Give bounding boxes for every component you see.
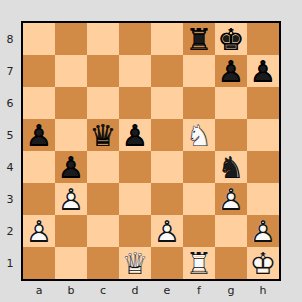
square-h3[interactable] [247,183,279,215]
square-e8[interactable] [151,23,183,55]
square-a1[interactable] [23,247,55,279]
board: ♜♖♚♔♟♙♟♙♟♙♛♕♟♙♞♘♟♙♞♘♟♙♟♙♟♙♟♙♟♙♛♕♜♖♚♔ [21,21,281,281]
piece-white-king[interactable]: ♚♔ [247,247,279,279]
piece-black-rook[interactable]: ♜♖ [183,23,215,55]
square-g5[interactable] [215,119,247,151]
piece-black-knight[interactable]: ♞♘ [215,151,247,183]
square-h8[interactable] [247,23,279,55]
rank-label-2: 2 [1,215,19,247]
square-d4[interactable] [119,151,151,183]
square-e3[interactable] [151,183,183,215]
square-h1[interactable]: ♚♔ [247,247,279,279]
square-f1[interactable]: ♜♖ [183,247,215,279]
square-h6[interactable] [247,87,279,119]
square-a6[interactable] [23,87,55,119]
file-label-e: e [151,281,183,300]
piece-white-queen[interactable]: ♛♕ [119,247,151,279]
square-a3[interactable] [23,183,55,215]
square-d3[interactable] [119,183,151,215]
square-c4[interactable] [87,151,119,183]
square-d8[interactable] [119,23,151,55]
rank-label-6: 6 [1,87,19,119]
square-h5[interactable] [247,119,279,151]
rank-label-7: 7 [1,55,19,87]
square-f5[interactable]: ♞♘ [183,119,215,151]
rank-label-8: 8 [1,23,19,55]
file-labels: abcdefgh [23,281,279,300]
rank-label-5: 5 [1,119,19,151]
file-label-g: g [215,281,247,300]
square-c2[interactable] [87,215,119,247]
rank-labels: 87654321 [1,23,19,279]
square-b1[interactable] [55,247,87,279]
square-g2[interactable] [215,215,247,247]
square-f6[interactable] [183,87,215,119]
piece-black-queen[interactable]: ♛♕ [87,119,119,151]
square-e1[interactable] [151,247,183,279]
rank-label-1: 1 [1,247,19,279]
file-label-b: b [55,281,87,300]
piece-black-pawn[interactable]: ♟♙ [215,55,247,87]
file-label-d: d [119,281,151,300]
square-h7[interactable]: ♟♙ [247,55,279,87]
rank-label-3: 3 [1,183,19,215]
square-a4[interactable] [23,151,55,183]
square-a7[interactable] [23,55,55,87]
square-d1[interactable]: ♛♕ [119,247,151,279]
file-label-h: h [247,281,279,300]
square-g1[interactable] [215,247,247,279]
square-f8[interactable]: ♜♖ [183,23,215,55]
square-f4[interactable] [183,151,215,183]
square-g7[interactable]: ♟♙ [215,55,247,87]
square-d2[interactable] [119,215,151,247]
square-g3[interactable]: ♟♙ [215,183,247,215]
piece-white-pawn[interactable]: ♟♙ [55,183,87,215]
piece-white-pawn[interactable]: ♟♙ [215,183,247,215]
square-d7[interactable] [119,55,151,87]
square-f2[interactable] [183,215,215,247]
square-f7[interactable] [183,55,215,87]
square-b3[interactable]: ♟♙ [55,183,87,215]
file-label-f: f [183,281,215,300]
square-h2[interactable]: ♟♙ [247,215,279,247]
square-d5[interactable]: ♟♙ [119,119,151,151]
piece-black-pawn[interactable]: ♟♙ [119,119,151,151]
square-c5[interactable]: ♛♕ [87,119,119,151]
piece-white-knight[interactable]: ♞♘ [183,119,215,151]
piece-white-pawn[interactable]: ♟♙ [247,215,279,247]
square-b5[interactable] [55,119,87,151]
square-g6[interactable] [215,87,247,119]
square-a8[interactable] [23,23,55,55]
square-c3[interactable] [87,183,119,215]
square-c6[interactable] [87,87,119,119]
piece-black-pawn[interactable]: ♟♙ [23,119,55,151]
square-e6[interactable] [151,87,183,119]
square-e5[interactable] [151,119,183,151]
square-h4[interactable] [247,151,279,183]
piece-white-pawn[interactable]: ♟♙ [151,215,183,247]
rank-label-4: 4 [1,151,19,183]
square-f3[interactable] [183,183,215,215]
file-label-c: c [87,281,119,300]
square-c7[interactable] [87,55,119,87]
square-g4[interactable]: ♞♘ [215,151,247,183]
square-b8[interactable] [55,23,87,55]
square-a2[interactable]: ♟♙ [23,215,55,247]
piece-black-pawn[interactable]: ♟♙ [55,151,87,183]
square-e7[interactable] [151,55,183,87]
file-label-a: a [23,281,55,300]
square-b6[interactable] [55,87,87,119]
square-d6[interactable] [119,87,151,119]
square-b2[interactable] [55,215,87,247]
square-e2[interactable]: ♟♙ [151,215,183,247]
square-b7[interactable] [55,55,87,87]
square-e4[interactable] [151,151,183,183]
square-a5[interactable]: ♟♙ [23,119,55,151]
square-b4[interactable]: ♟♙ [55,151,87,183]
piece-white-rook[interactable]: ♜♖ [183,247,215,279]
piece-black-pawn[interactable]: ♟♙ [247,55,279,87]
piece-white-pawn[interactable]: ♟♙ [23,215,55,247]
piece-black-king[interactable]: ♚♔ [215,23,247,55]
square-c1[interactable] [87,247,119,279]
square-c8[interactable] [87,23,119,55]
square-g8[interactable]: ♚♔ [215,23,247,55]
